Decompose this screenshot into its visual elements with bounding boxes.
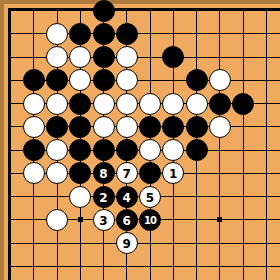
stone-white bbox=[69, 69, 91, 91]
stone-white bbox=[162, 139, 184, 161]
stone-white bbox=[116, 69, 138, 91]
stone-white bbox=[116, 46, 138, 68]
grid-line-horizontal bbox=[9, 266, 280, 267]
stone-black bbox=[162, 116, 184, 138]
board-edge-shadow-top bbox=[0, 0, 280, 4]
board-edge-line-left bbox=[8, 8, 11, 280]
stone-white bbox=[46, 162, 68, 184]
stone-black: 8 bbox=[93, 162, 115, 184]
stone-white bbox=[46, 23, 68, 45]
board-edge-line-top bbox=[8, 8, 280, 11]
stone-white bbox=[209, 116, 231, 138]
stone-black bbox=[232, 93, 254, 115]
stone-white bbox=[69, 46, 91, 68]
stone-white bbox=[23, 93, 45, 115]
stone-white bbox=[162, 93, 184, 115]
go-board-diagram: 87124536109 bbox=[0, 0, 280, 280]
stone-black: 6 bbox=[116, 209, 138, 231]
stone-white: 7 bbox=[116, 162, 138, 184]
stone-black bbox=[186, 116, 208, 138]
stone-white bbox=[46, 139, 68, 161]
stone-black bbox=[139, 116, 161, 138]
stone-black: 2 bbox=[93, 186, 115, 208]
grid-line-vertical bbox=[266, 9, 267, 280]
stone-black bbox=[69, 93, 91, 115]
stone-black bbox=[116, 139, 138, 161]
stone-white bbox=[23, 116, 45, 138]
star-point bbox=[78, 217, 83, 222]
move-number: 4 bbox=[123, 191, 131, 203]
stone-black bbox=[209, 93, 231, 115]
stone-white bbox=[116, 116, 138, 138]
stone-black bbox=[93, 69, 115, 91]
stone-black bbox=[46, 116, 68, 138]
stone-black bbox=[186, 69, 208, 91]
stone-black bbox=[69, 162, 91, 184]
move-number: 5 bbox=[146, 191, 154, 203]
stone-white bbox=[116, 93, 138, 115]
stone-black bbox=[93, 0, 115, 22]
stone-black bbox=[69, 139, 91, 161]
stone-black bbox=[186, 139, 208, 161]
stone-black bbox=[139, 162, 161, 184]
stone-white bbox=[209, 69, 231, 91]
stone-black bbox=[116, 23, 138, 45]
stone-black bbox=[69, 23, 91, 45]
stone-black bbox=[93, 23, 115, 45]
grid-line-horizontal bbox=[9, 243, 280, 244]
stone-white bbox=[46, 93, 68, 115]
stone-white bbox=[23, 162, 45, 184]
stone-white bbox=[46, 46, 68, 68]
stone-white: 3 bbox=[93, 209, 115, 231]
stone-white bbox=[93, 93, 115, 115]
stone-black bbox=[93, 46, 115, 68]
stone-white bbox=[46, 209, 68, 231]
move-number: 3 bbox=[99, 214, 107, 226]
stone-white: 1 bbox=[162, 162, 184, 184]
stone-black bbox=[46, 69, 68, 91]
stone-white bbox=[139, 139, 161, 161]
stone-black: 10 bbox=[139, 209, 161, 231]
stone-white: 5 bbox=[139, 186, 161, 208]
move-number: 6 bbox=[123, 214, 131, 226]
move-number: 10 bbox=[144, 215, 156, 225]
move-number: 1 bbox=[169, 168, 177, 180]
stone-white bbox=[69, 186, 91, 208]
move-number: 9 bbox=[123, 238, 131, 250]
stone-black bbox=[69, 116, 91, 138]
stone-black bbox=[162, 46, 184, 68]
board-edge-shadow-left bbox=[0, 0, 4, 280]
move-number: 7 bbox=[123, 168, 131, 180]
star-point bbox=[217, 217, 222, 222]
grid-line-vertical bbox=[243, 9, 244, 280]
stone-black bbox=[93, 139, 115, 161]
stone-black bbox=[23, 139, 45, 161]
stone-white bbox=[186, 93, 208, 115]
stone-white bbox=[139, 93, 161, 115]
stone-white bbox=[93, 116, 115, 138]
move-number: 8 bbox=[99, 168, 107, 180]
stone-black: 4 bbox=[116, 186, 138, 208]
move-number: 2 bbox=[99, 191, 107, 203]
stone-black bbox=[23, 69, 45, 91]
stone-white: 9 bbox=[116, 232, 138, 254]
grid-line-vertical bbox=[219, 9, 220, 280]
